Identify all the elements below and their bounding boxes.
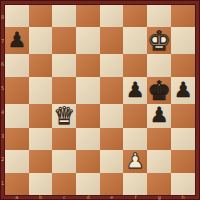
square-b5[interactable]: [29, 77, 53, 104]
square-f7[interactable]: [123, 27, 147, 54]
black-pawn[interactable]: ♟: [126, 80, 145, 101]
square-e3[interactable]: [100, 128, 124, 150]
square-b3[interactable]: [29, 128, 53, 150]
square-e7[interactable]: [100, 27, 124, 54]
square-h2[interactable]: [171, 150, 195, 172]
rank-label-6: 6: [1, 62, 4, 67]
file-label-g: g: [158, 195, 161, 200]
square-h8[interactable]: [171, 5, 195, 27]
square-f4[interactable]: [123, 104, 147, 128]
square-h4[interactable]: [171, 104, 195, 128]
square-e6[interactable]: [100, 54, 124, 76]
square-c6[interactable]: [52, 54, 76, 76]
file-label-c: c: [63, 195, 66, 200]
square-g8[interactable]: [147, 5, 171, 27]
black-king[interactable]: ♚: [147, 77, 171, 104]
black-pawn[interactable]: ♟: [174, 80, 193, 101]
square-a3[interactable]: [5, 128, 29, 150]
square-a6[interactable]: [5, 54, 29, 76]
square-d1[interactable]: [76, 173, 100, 195]
rank-label-8: 8: [1, 14, 4, 19]
square-b6[interactable]: [29, 54, 53, 76]
file-label-b: b: [39, 195, 42, 200]
square-f5[interactable]: ♟: [123, 77, 147, 104]
square-f6[interactable]: [123, 54, 147, 76]
square-e1[interactable]: [100, 173, 124, 195]
square-d6[interactable]: [76, 54, 100, 76]
square-g6[interactable]: [147, 54, 171, 76]
square-e5[interactable]: [100, 77, 124, 104]
square-b1[interactable]: [29, 173, 53, 195]
square-b7[interactable]: [29, 27, 53, 54]
square-a5[interactable]: [5, 77, 29, 104]
square-h6[interactable]: [171, 54, 195, 76]
square-d8[interactable]: [76, 5, 100, 27]
square-f2[interactable]: ♟: [123, 150, 147, 172]
square-h1[interactable]: [171, 173, 195, 195]
square-a8[interactable]: [5, 5, 29, 27]
rank-label-1: 1: [1, 181, 4, 186]
board-squares: ♟♚♟♚♟♛♟♟: [5, 5, 195, 195]
white-pawn[interactable]: ♟: [126, 151, 145, 172]
square-g1[interactable]: [147, 173, 171, 195]
file-label-h: h: [182, 195, 185, 200]
square-d5[interactable]: [76, 77, 100, 104]
square-g2[interactable]: [147, 150, 171, 172]
white-king[interactable]: ♚: [147, 27, 171, 54]
square-a7[interactable]: ♟: [5, 27, 29, 54]
square-h7[interactable]: [171, 27, 195, 54]
square-d4[interactable]: [76, 104, 100, 128]
white-queen[interactable]: ♛: [53, 104, 75, 128]
square-c7[interactable]: [52, 27, 76, 54]
rank-label-7: 7: [1, 38, 4, 43]
square-e4[interactable]: [100, 104, 124, 128]
rank-label-4: 4: [1, 109, 4, 114]
rank-label-5: 5: [1, 86, 4, 91]
square-f1[interactable]: [123, 173, 147, 195]
chess-board: ♟♚♟♚♟♛♟♟ 87654321abcdefgh: [0, 0, 200, 200]
square-c5[interactable]: [52, 77, 76, 104]
square-a2[interactable]: [5, 150, 29, 172]
square-a1[interactable]: [5, 173, 29, 195]
square-c8[interactable]: [52, 5, 76, 27]
rank-label-2: 2: [1, 157, 4, 162]
square-e2[interactable]: [100, 150, 124, 172]
square-g7[interactable]: ♚: [147, 27, 171, 54]
square-g3[interactable]: [147, 128, 171, 150]
square-f3[interactable]: [123, 128, 147, 150]
square-h5[interactable]: ♟: [171, 77, 195, 104]
square-c1[interactable]: [52, 173, 76, 195]
file-label-d: d: [87, 195, 90, 200]
file-label-e: e: [110, 195, 113, 200]
square-g5[interactable]: ♚: [147, 77, 171, 104]
square-g4[interactable]: ♟: [147, 104, 171, 128]
square-a4[interactable]: [5, 104, 29, 128]
black-pawn[interactable]: ♟: [7, 30, 26, 51]
square-d3[interactable]: [76, 128, 100, 150]
square-b8[interactable]: [29, 5, 53, 27]
file-label-f: f: [135, 195, 137, 200]
square-c2[interactable]: [52, 150, 76, 172]
square-e8[interactable]: [100, 5, 124, 27]
square-h3[interactable]: [171, 128, 195, 150]
square-c4[interactable]: ♛: [52, 104, 76, 128]
rank-label-3: 3: [1, 133, 4, 138]
square-d7[interactable]: [76, 27, 100, 54]
square-c3[interactable]: [52, 128, 76, 150]
square-f8[interactable]: [123, 5, 147, 27]
square-b2[interactable]: [29, 150, 53, 172]
file-label-a: a: [15, 195, 18, 200]
square-d2[interactable]: [76, 150, 100, 172]
black-pawn[interactable]: ♟: [150, 105, 169, 126]
square-b4[interactable]: [29, 104, 53, 128]
